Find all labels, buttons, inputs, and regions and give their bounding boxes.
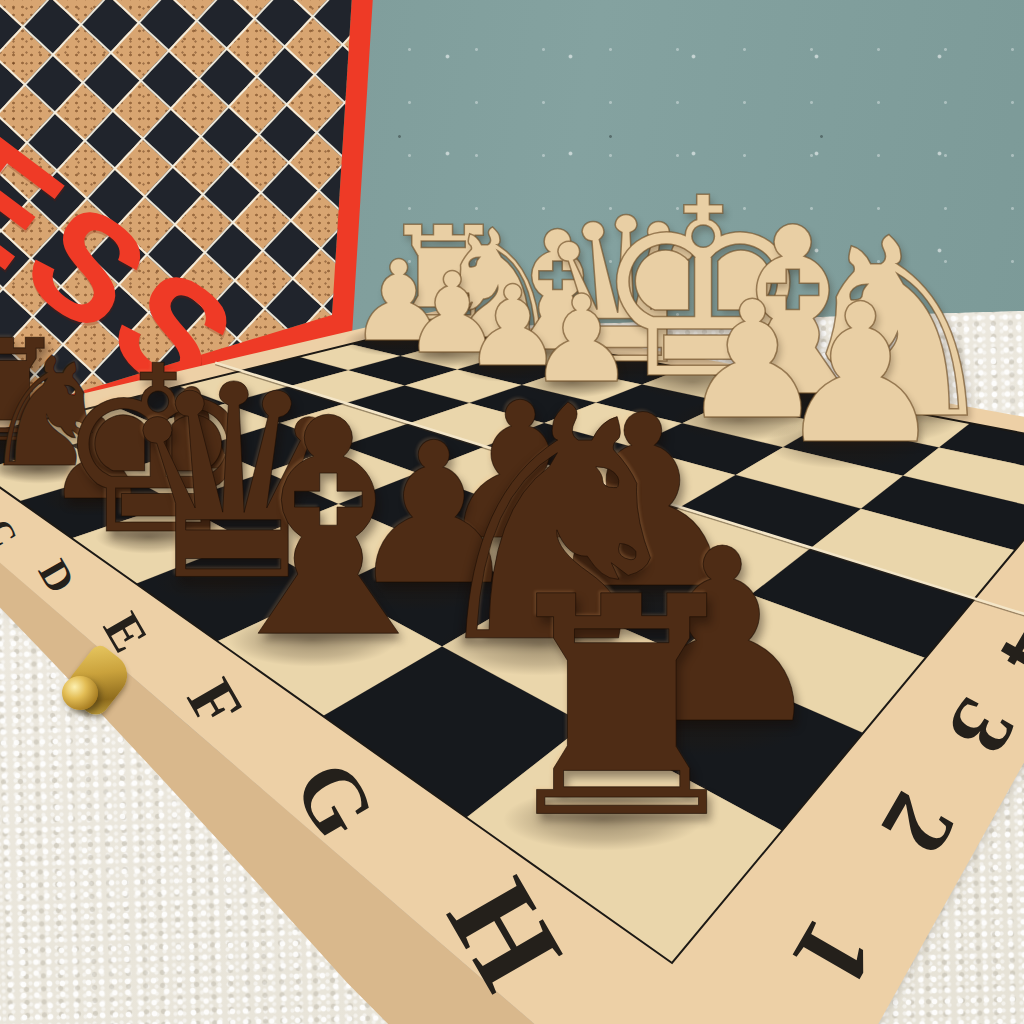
- scene: CHESS ABCDEFGH12345678 ♜♞♟♝♟♛♟♚♟♝♟♞♜♟♞♟♟…: [0, 0, 1024, 1024]
- clasp-knob-icon: [62, 676, 98, 710]
- piece-black-rook-h1[interactable]: ♜: [486, 558, 757, 860]
- piece-white-pawn-g7[interactable]: ♟: [774, 278, 946, 470]
- brass-clasp: [56, 644, 134, 730]
- pieces-layer: ♜♞♟♝♟♛♟♚♟♝♟♞♜♟♞♟♟♚♟♛♟♟♝♞♟♜: [0, 0, 1024, 1024]
